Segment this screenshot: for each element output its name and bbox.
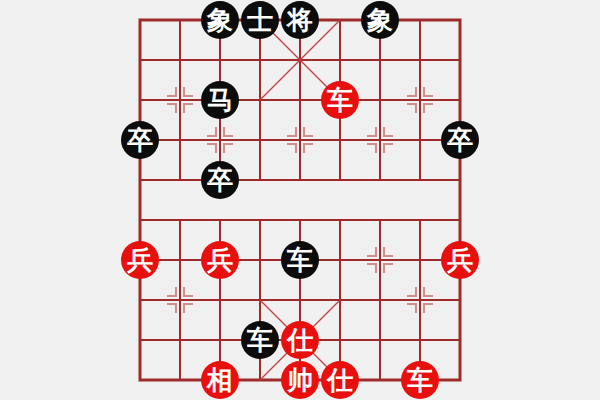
piece-black-general[interactable]: 将	[281, 1, 319, 39]
piece-black-advisor[interactable]: 士	[241, 1, 279, 39]
board-point-0-9[interactable]	[120, 360, 160, 400]
board-point-0-3[interactable]: 卒	[120, 120, 160, 160]
piece-red-advisor[interactable]: 仕	[281, 321, 319, 359]
board-point-2-5[interactable]	[200, 200, 240, 240]
piece-black-horse[interactable]: 马	[201, 81, 239, 119]
board-point-8-3[interactable]: 卒	[440, 120, 480, 160]
board-point-0-0[interactable]	[120, 0, 160, 40]
board-point-1-7[interactable]	[160, 280, 200, 320]
board-point-7-8[interactable]	[400, 320, 440, 360]
board-point-5-6[interactable]	[320, 240, 360, 280]
piece-red-elephant[interactable]: 相	[201, 361, 239, 399]
board-point-6-6[interactable]	[360, 240, 400, 280]
board-point-2-0[interactable]: 象	[200, 0, 240, 40]
board-point-1-2[interactable]	[160, 80, 200, 120]
board-point-8-8[interactable]	[440, 320, 480, 360]
piece-red-advisor[interactable]: 仕	[321, 361, 359, 399]
board-point-6-1[interactable]	[360, 40, 400, 80]
board-point-0-2[interactable]	[120, 80, 160, 120]
xiangqi-app: 象士将象马车卒卒卒兵兵车兵车仕相帅仕车	[0, 0, 600, 400]
piece-red-soldier[interactable]: 兵	[201, 241, 239, 279]
board-point-3-4[interactable]	[240, 160, 280, 200]
board-point-4-6[interactable]: 车	[280, 240, 320, 280]
board-point-8-4[interactable]	[440, 160, 480, 200]
board-point-7-2[interactable]	[400, 80, 440, 120]
piece-red-soldier[interactable]: 兵	[121, 241, 159, 279]
board-point-0-7[interactable]	[120, 280, 160, 320]
board-point-0-5[interactable]	[120, 200, 160, 240]
board-point-2-1[interactable]	[200, 40, 240, 80]
board-point-6-4[interactable]	[360, 160, 400, 200]
board-point-6-7[interactable]	[360, 280, 400, 320]
board-point-3-2[interactable]	[240, 80, 280, 120]
board-point-2-2[interactable]: 马	[200, 80, 240, 120]
board-point-6-2[interactable]	[360, 80, 400, 120]
board-point-4-2[interactable]	[280, 80, 320, 120]
board-point-0-6[interactable]: 兵	[120, 240, 160, 280]
board-point-1-1[interactable]	[160, 40, 200, 80]
board-point-4-4[interactable]	[280, 160, 320, 200]
board-point-4-0[interactable]: 将	[280, 0, 320, 40]
board-point-3-6[interactable]	[240, 240, 280, 280]
board-point-6-8[interactable]	[360, 320, 400, 360]
board-point-7-1[interactable]	[400, 40, 440, 80]
board-point-4-3[interactable]	[280, 120, 320, 160]
board-point-1-0[interactable]	[160, 0, 200, 40]
board-point-4-8[interactable]: 仕	[280, 320, 320, 360]
board-point-5-1[interactable]	[320, 40, 360, 80]
board-point-2-7[interactable]	[200, 280, 240, 320]
board-point-5-4[interactable]	[320, 160, 360, 200]
board-point-6-9[interactable]	[360, 360, 400, 400]
board-point-5-8[interactable]	[320, 320, 360, 360]
board-point-7-0[interactable]	[400, 0, 440, 40]
board-point-5-3[interactable]	[320, 120, 360, 160]
piece-black-elephant[interactable]: 象	[361, 1, 399, 39]
board-point-8-6[interactable]: 兵	[440, 240, 480, 280]
board-point-0-1[interactable]	[120, 40, 160, 80]
board-point-6-5[interactable]	[360, 200, 400, 240]
board-point-7-9[interactable]: 车	[400, 360, 440, 400]
board-point-1-5[interactable]	[160, 200, 200, 240]
piece-red-chariot[interactable]: 车	[321, 81, 359, 119]
board-point-8-5[interactable]	[440, 200, 480, 240]
xiangqi-board: 象士将象马车卒卒卒兵兵车兵车仕相帅仕车	[120, 0, 480, 400]
board-point-8-2[interactable]	[440, 80, 480, 120]
board-point-5-2[interactable]: 车	[320, 80, 360, 120]
board-point-1-6[interactable]	[160, 240, 200, 280]
board-point-4-1[interactable]	[280, 40, 320, 80]
board-point-7-7[interactable]	[400, 280, 440, 320]
board-point-1-3[interactable]	[160, 120, 200, 160]
board-point-1-9[interactable]	[160, 360, 200, 400]
board-point-2-8[interactable]	[200, 320, 240, 360]
board-point-2-3[interactable]	[200, 120, 240, 160]
board-point-6-3[interactable]	[360, 120, 400, 160]
board-point-3-0[interactable]: 士	[240, 0, 280, 40]
board-point-8-7[interactable]	[440, 280, 480, 320]
board-point-8-1[interactable]	[440, 40, 480, 80]
board-point-6-0[interactable]: 象	[360, 0, 400, 40]
board-point-7-5[interactable]	[400, 200, 440, 240]
piece-black-chariot[interactable]: 车	[241, 321, 279, 359]
board-point-8-9[interactable]	[440, 360, 480, 400]
board-point-0-8[interactable]	[120, 320, 160, 360]
board-point-3-3[interactable]	[240, 120, 280, 160]
piece-red-chariot[interactable]: 车	[401, 361, 439, 399]
board-point-1-4[interactable]	[160, 160, 200, 200]
board-point-7-6[interactable]	[400, 240, 440, 280]
board-point-3-1[interactable]	[240, 40, 280, 80]
board-point-3-9[interactable]	[240, 360, 280, 400]
board-point-3-7[interactable]	[240, 280, 280, 320]
piece-black-elephant[interactable]: 象	[201, 1, 239, 39]
board-point-5-0[interactable]	[320, 0, 360, 40]
board-point-5-9[interactable]: 仕	[320, 360, 360, 400]
piece-black-soldier[interactable]: 卒	[121, 121, 159, 159]
piece-black-chariot[interactable]: 车	[281, 241, 319, 279]
board-point-2-9[interactable]: 相	[200, 360, 240, 400]
board-point-5-7[interactable]	[320, 280, 360, 320]
board-point-4-5[interactable]	[280, 200, 320, 240]
board-point-1-8[interactable]	[160, 320, 200, 360]
board-point-5-5[interactable]	[320, 200, 360, 240]
board-point-8-0[interactable]	[440, 0, 480, 40]
piece-black-soldier[interactable]: 卒	[201, 161, 239, 199]
board-point-2-6[interactable]: 兵	[200, 240, 240, 280]
board-point-7-4[interactable]	[400, 160, 440, 200]
board-point-4-7[interactable]	[280, 280, 320, 320]
piece-black-soldier[interactable]: 卒	[441, 121, 479, 159]
board-point-3-8[interactable]: 车	[240, 320, 280, 360]
board-point-0-4[interactable]	[120, 160, 160, 200]
piece-red-soldier[interactable]: 兵	[441, 241, 479, 279]
board-point-3-5[interactable]	[240, 200, 280, 240]
board-point-7-3[interactable]	[400, 120, 440, 160]
board-point-4-9[interactable]: 帅	[280, 360, 320, 400]
board-point-2-4[interactable]: 卒	[200, 160, 240, 200]
piece-red-general[interactable]: 帅	[281, 361, 319, 399]
